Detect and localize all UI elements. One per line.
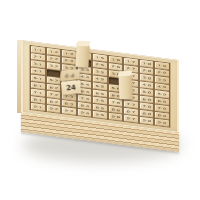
raised-cube-top-face [75,41,90,47]
cube-label: 2·9 [158,71,167,75]
cube-label: 9·7 [127,117,136,121]
multiplication-cube[interactable]: 9·5 [93,111,107,119]
cube-label: 1·3 [65,52,74,56]
cube-label: 9·3 [65,109,74,113]
board-frame: 1·11·21·31·41·51·61·71·81·92·12·22·32·42… [30,45,170,127]
cube-label: 8·4 [80,104,89,108]
cube-label: 9·1 [33,105,42,109]
cube-label: 5·2 [49,79,58,83]
cube-label: 1·1 [33,48,42,52]
cube-label: 8·1 [33,98,42,102]
cube-label: 9·2 [49,107,58,111]
cube-label: 7·8 [142,105,151,109]
raised-cube-answer[interactable]: 6·4 24 [60,69,81,95]
cube-label: 3·9 [158,78,167,82]
cube-label: 4·8 [142,83,151,87]
raised-cube-standing-top[interactable] [75,45,89,68]
cube-label: 7·9 [158,107,167,111]
cube-label: 3·4 [80,68,89,72]
cube-label: 2·8 [142,69,151,73]
cube-label: 7·4 [80,97,89,101]
cube-label: 3·2 [49,64,58,68]
cube-label: 1·9 [158,64,167,68]
cube-label: 9·5 [96,113,105,117]
cube-label: 6·4 [80,90,89,94]
cube-label: 8·7 [127,110,136,114]
answer-cube-problem: 6·4 [65,72,75,79]
cube-label: 1·5 [96,56,105,60]
cube-label: 8·6 [111,108,120,112]
cube-label: 5·5 [96,85,105,89]
cube-label: 8·3 [65,102,74,106]
multiplication-cube[interactable]: 9·3 [62,107,76,115]
answer-cube-front-face: 24 [61,80,81,95]
cube-label: 1·8 [142,62,151,66]
cube-label: 2·5 [96,63,105,67]
cube-label: 2·1 [33,55,42,59]
cube-label: 6·9 [158,100,167,104]
cube-label: 2·6 [111,65,120,69]
cube-label: 2·2 [49,57,58,61]
cube-label: 6·2 [49,86,58,90]
raised-cube-standing-right[interactable] [119,75,133,99]
cube-label: 9·9 [158,121,167,125]
cube-label: 4·4 [80,75,89,79]
cube-label: 9·4 [80,111,89,115]
cube-label: 1·6 [111,58,120,62]
cube-label: 4·5 [96,77,105,81]
cube-label: 6·5 [96,92,105,96]
multiplication-cube[interactable]: 9·1 [31,103,45,111]
cube-label: 5·8 [142,91,151,95]
cube-label: 5·4 [80,83,89,87]
cube-label: 7·3 [65,95,74,99]
cube-label: 7·2 [49,93,58,97]
cube-label: 8·5 [96,106,105,110]
cube-label: 8·8 [142,112,151,116]
cube-label: 7·1 [33,91,42,95]
answer-cube-answer: 24 [66,83,76,92]
cube-label: 9·8 [142,119,151,123]
multiplication-cube[interactable]: 9·4 [78,109,92,117]
cube-label: 4·1 [33,70,42,74]
cube-label: 2·3 [65,59,74,63]
raised-cube-top-face [118,71,133,77]
cube-label: 5·9 [158,92,167,96]
cube-label: 6·8 [142,98,151,102]
cube-label: 4·9 [158,85,167,89]
multiplication-cube[interactable]: 9·7 [124,115,138,123]
cube-label: 5·1 [33,77,42,81]
cube-label: 6·1 [33,84,42,88]
cube-label: 7·7 [127,103,136,107]
cube-label: 9·6 [111,115,120,119]
multiplication-cube[interactable]: 9·8 [140,117,154,125]
cube-label: 3·8 [142,76,151,80]
answer-cube-top-face: 6·4 [60,69,81,81]
multiplication-cube[interactable]: 9·6 [109,113,123,121]
cube-label: 7·6 [111,101,120,105]
cube-label: 1·2 [49,50,58,54]
cube-label: 8·9 [158,114,167,118]
multiplication-cube[interactable]: 9·2 [47,105,61,113]
cube-label: 7·5 [96,99,105,103]
multiplication-cube[interactable]: 9·9 [155,119,169,127]
cube-label: 3·5 [96,70,105,74]
cube-label: 8·2 [49,100,58,104]
product-photo: 1·11·21·31·41·51·61·71·81·92·12·22·32·42… [0,0,200,200]
cube-label: 3·1 [33,62,42,66]
cube-label: 1·7 [127,60,136,64]
board-grid: 1·11·21·31·41·51·61·71·81·92·12·22·32·42… [31,46,169,127]
